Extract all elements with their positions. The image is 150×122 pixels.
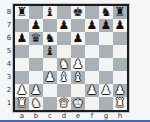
white-rook: ♜ [115,97,126,110]
square-e8: ♚ [71,6,85,19]
file-label-c: c [43,113,57,120]
white-pawn: ♟ [31,84,42,97]
square-c6: ♞ [43,32,57,45]
square-e5 [71,45,85,58]
file-label-d: d [57,113,71,120]
square-d3: ♝ [57,71,71,84]
square-a5 [15,45,29,58]
file-label-h: h [113,113,127,120]
square-h5 [113,45,127,58]
square-g1 [99,97,113,110]
black-rook: ♜ [115,6,126,19]
square-f2: ♟ [85,84,99,97]
square-e4: ♟ [71,58,85,71]
rank-label-2: 2 [6,84,12,97]
square-d6 [57,32,71,45]
square-c4 [43,58,57,71]
rank-label-5: 5 [6,45,12,58]
square-h4 [113,58,127,71]
square-g3 [99,71,113,84]
square-c1 [43,97,57,110]
white-king: ♚ [73,97,84,110]
square-b1: ♞ [29,97,43,110]
square-b2: ♟ [29,84,43,97]
square-a1: ♜ [15,97,29,110]
square-g8: ♞ [99,6,113,19]
black-bishop: ♝ [45,6,56,19]
chess-board: ♜♝♚♞♜♟♟♟♟♟♟♛♞♟♝♞♟♟♝♝♟♟♟♟♟♜♞♛♚♜ [13,4,129,112]
rank-label-7: 7 [6,19,12,32]
black-pawn: ♟ [59,19,70,32]
square-b7: ♟ [29,19,43,32]
square-g5 [99,45,113,58]
square-a4 [15,58,29,71]
square-c3: ♟ [43,71,57,84]
square-h2: ♟ [113,84,127,97]
square-b6: ♛ [29,32,43,45]
square-f7: ♟ [85,19,99,32]
file-labels: abcdefgh [15,113,127,120]
square-g2: ♟ [99,84,113,97]
square-b4 [29,58,43,71]
rank-label-4: 4 [6,58,12,71]
square-f6 [85,32,99,45]
square-h1: ♜ [113,97,127,110]
white-bishop: ♝ [73,71,84,84]
square-g6 [99,32,113,45]
square-d7: ♟ [57,19,71,32]
black-pawn: ♟ [101,19,112,32]
square-a6: ♟ [15,32,29,45]
square-a2: ♟ [15,84,29,97]
square-f3 [85,71,99,84]
square-e2 [71,84,85,97]
white-queen: ♛ [59,97,70,110]
square-d1: ♛ [57,97,71,110]
black-queen: ♛ [31,32,42,45]
rank-labels: 87654321 [6,6,12,110]
black-bishop: ♝ [45,45,56,58]
file-label-f: f [85,113,99,120]
white-rook: ♜ [17,97,28,110]
white-pawn: ♟ [87,84,98,97]
square-c7 [43,19,57,32]
square-e3: ♝ [71,71,85,84]
black-pawn: ♟ [87,19,98,32]
white-pawn: ♟ [73,58,84,71]
black-pawn: ♟ [115,19,126,32]
file-label-g: g [99,113,113,120]
white-pawn: ♟ [45,71,56,84]
white-bishop: ♝ [59,71,70,84]
square-h6 [113,32,127,45]
black-pawn: ♟ [31,19,42,32]
square-f4 [85,58,99,71]
file-label-a: a [15,113,29,120]
square-g7: ♟ [99,19,113,32]
rank-label-8: 8 [6,6,12,19]
square-b8 [29,6,43,19]
black-king: ♚ [73,6,84,19]
file-label-e: e [71,113,85,120]
square-f8 [85,6,99,19]
white-knight: ♞ [31,97,42,110]
black-pawn: ♟ [17,32,28,45]
white-pawn: ♟ [115,84,126,97]
square-e7 [71,19,85,32]
square-e6: ♟ [71,32,85,45]
square-b5 [29,45,43,58]
black-knight: ♞ [101,6,112,19]
square-f5 [85,45,99,58]
rank-label-1: 1 [6,97,12,110]
square-e1: ♚ [71,97,85,110]
square-c2 [43,84,57,97]
square-d4: ♞ [57,58,71,71]
black-rook: ♜ [17,6,28,19]
square-b3 [29,71,43,84]
square-c5: ♝ [43,45,57,58]
square-g4 [99,58,113,71]
rank-label-3: 3 [6,71,12,84]
square-h7: ♟ [113,19,127,32]
bottom-rule [0,120,150,122]
square-h8: ♜ [113,6,127,19]
square-a7 [15,19,29,32]
square-a8: ♜ [15,6,29,19]
black-knight: ♞ [45,32,56,45]
file-label-b: b [29,113,43,120]
square-d5 [57,45,71,58]
square-d8 [57,6,71,19]
white-knight: ♞ [59,58,70,71]
square-c8: ♝ [43,6,57,19]
square-h3 [113,71,127,84]
square-d2 [57,84,71,97]
square-f1 [85,97,99,110]
black-pawn: ♟ [73,32,84,45]
square-a3 [15,71,29,84]
white-pawn: ♟ [17,84,28,97]
rank-label-6: 6 [6,32,12,45]
white-pawn: ♟ [101,84,112,97]
board-grid: ♜♝♚♞♜♟♟♟♟♟♟♛♞♟♝♞♟♟♝♝♟♟♟♟♟♜♞♛♚♜ [13,4,129,112]
